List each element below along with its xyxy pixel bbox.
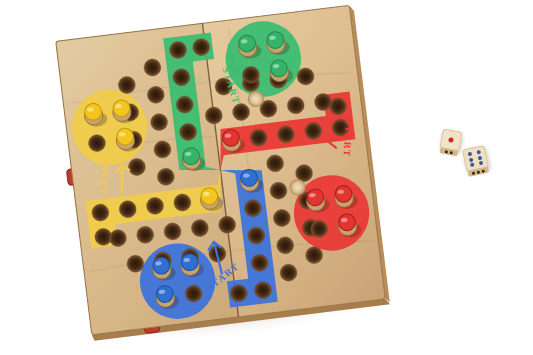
die-pip	[478, 161, 483, 166]
die-pip	[448, 137, 454, 143]
die-side-pip	[472, 171, 476, 175]
die-pip	[469, 157, 474, 162]
die-pip	[468, 151, 473, 156]
die-side-pip	[477, 170, 481, 174]
product-photo-scene: START START START START	[0, 0, 533, 355]
die-side-pip	[481, 169, 485, 173]
die-side-pip	[445, 150, 448, 153]
die-pip	[477, 155, 482, 160]
die-pip	[470, 163, 475, 168]
yellow-start-label: START	[97, 154, 110, 193]
die-1[interactable]	[439, 128, 462, 151]
die-2[interactable]	[462, 145, 489, 172]
die-side-pip	[450, 151, 453, 154]
die-pip	[476, 149, 481, 154]
red-start-label: START	[342, 119, 355, 158]
ludo-board[interactable]: START START START START	[48, 0, 396, 348]
